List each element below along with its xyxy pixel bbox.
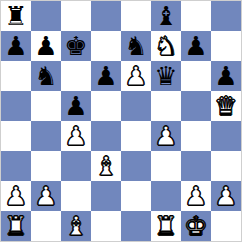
black-rook-piece[interactable]: ♜ — [4, 1, 27, 31]
square-h3[interactable] — [211, 151, 241, 181]
square-a2[interactable]: ♟ — [1, 181, 31, 211]
square-e1[interactable] — [121, 211, 151, 241]
black-pawn-piece[interactable]: ♟ — [184, 31, 207, 61]
black-knight-piece[interactable]: ♞ — [34, 61, 57, 91]
square-a6[interactable] — [1, 61, 31, 91]
square-g5[interactable] — [181, 91, 211, 121]
square-e2[interactable] — [121, 181, 151, 211]
square-f1[interactable]: ♜ — [151, 211, 181, 241]
black-pawn-piece[interactable]: ♟ — [34, 31, 57, 61]
square-b5[interactable] — [31, 91, 61, 121]
square-h8[interactable] — [211, 1, 241, 31]
white-knight-piece[interactable]: ♞ — [154, 31, 177, 61]
square-b6[interactable]: ♞ — [31, 61, 61, 91]
square-f3[interactable] — [151, 151, 181, 181]
white-bishop-piece[interactable]: ♝ — [64, 211, 87, 241]
square-b1[interactable] — [31, 211, 61, 241]
black-king-piece[interactable]: ♚ — [64, 31, 87, 61]
square-d7[interactable] — [91, 31, 121, 61]
square-c7[interactable]: ♚ — [61, 31, 91, 61]
square-e3[interactable] — [121, 151, 151, 181]
square-h1[interactable] — [211, 211, 241, 241]
black-pawn-piece[interactable]: ♟ — [4, 31, 27, 61]
white-king-piece[interactable]: ♚ — [184, 211, 207, 241]
square-a7[interactable]: ♟ — [1, 31, 31, 61]
white-pawn-piece[interactable]: ♟ — [214, 181, 237, 211]
square-d3[interactable]: ♝ — [91, 151, 121, 181]
square-h7[interactable] — [211, 31, 241, 61]
white-pawn-piece[interactable]: ♟ — [124, 61, 147, 91]
white-rook-piece[interactable]: ♜ — [154, 211, 177, 241]
black-bishop-piece[interactable]: ♝ — [154, 1, 177, 31]
square-a4[interactable] — [1, 121, 31, 151]
square-d8[interactable] — [91, 1, 121, 31]
square-b2[interactable]: ♟ — [31, 181, 61, 211]
square-f4[interactable]: ♟ — [151, 121, 181, 151]
square-a3[interactable] — [1, 151, 31, 181]
square-g3[interactable] — [181, 151, 211, 181]
square-b8[interactable] — [31, 1, 61, 31]
square-c5[interactable]: ♟ — [61, 91, 91, 121]
square-g7[interactable]: ♟ — [181, 31, 211, 61]
square-h2[interactable]: ♟ — [211, 181, 241, 211]
white-pawn-piece[interactable]: ♟ — [34, 181, 57, 211]
square-e8[interactable] — [121, 1, 151, 31]
square-d4[interactable] — [91, 121, 121, 151]
square-h4[interactable] — [211, 121, 241, 151]
square-d5[interactable] — [91, 91, 121, 121]
square-c4[interactable]: ♟ — [61, 121, 91, 151]
white-queen-piece[interactable]: ♛ — [214, 91, 237, 121]
square-e4[interactable] — [121, 121, 151, 151]
square-g4[interactable] — [181, 121, 211, 151]
black-knight-piece[interactable]: ♞ — [124, 31, 147, 61]
square-a8[interactable]: ♜ — [1, 1, 31, 31]
white-pawn-piece[interactable]: ♟ — [64, 121, 87, 151]
white-pawn-piece[interactable]: ♟ — [4, 181, 27, 211]
black-pawn-piece[interactable]: ♟ — [94, 61, 117, 91]
square-g1[interactable]: ♚ — [181, 211, 211, 241]
square-c2[interactable] — [61, 181, 91, 211]
white-bishop-piece[interactable]: ♝ — [94, 151, 117, 181]
square-b4[interactable] — [31, 121, 61, 151]
square-d6[interactable]: ♟ — [91, 61, 121, 91]
square-c1[interactable]: ♝ — [61, 211, 91, 241]
square-f8[interactable]: ♝ — [151, 1, 181, 31]
square-a5[interactable] — [1, 91, 31, 121]
square-d1[interactable] — [91, 211, 121, 241]
black-pawn-piece[interactable]: ♟ — [64, 91, 87, 121]
white-pawn-piece[interactable]: ♟ — [184, 181, 207, 211]
square-c8[interactable] — [61, 1, 91, 31]
white-pawn-piece[interactable]: ♟ — [154, 121, 177, 151]
square-b3[interactable] — [31, 151, 61, 181]
black-queen-piece[interactable]: ♛ — [154, 61, 177, 91]
square-f6[interactable]: ♛ — [151, 61, 181, 91]
square-b7[interactable]: ♟ — [31, 31, 61, 61]
square-e6[interactable]: ♟ — [121, 61, 151, 91]
square-e5[interactable] — [121, 91, 151, 121]
square-f7[interactable]: ♞ — [151, 31, 181, 61]
square-g8[interactable] — [181, 1, 211, 31]
square-g6[interactable] — [181, 61, 211, 91]
square-h5[interactable]: ♛ — [211, 91, 241, 121]
square-f2[interactable] — [151, 181, 181, 211]
square-h6[interactable]: ♟ — [211, 61, 241, 91]
white-rook-piece[interactable]: ♜ — [4, 211, 27, 241]
square-a1[interactable]: ♜ — [1, 211, 31, 241]
black-pawn-piece[interactable]: ♟ — [214, 61, 237, 91]
square-g2[interactable]: ♟ — [181, 181, 211, 211]
square-c3[interactable] — [61, 151, 91, 181]
square-c6[interactable] — [61, 61, 91, 91]
chess-board: ♜♝♟♟♚♞♞♟♞♟♟♛♟♟♛♟♟♝♟♟♟♟♜♝♜♚ — [0, 0, 242, 242]
square-f5[interactable] — [151, 91, 181, 121]
square-e7[interactable]: ♞ — [121, 31, 151, 61]
square-d2[interactable] — [91, 181, 121, 211]
